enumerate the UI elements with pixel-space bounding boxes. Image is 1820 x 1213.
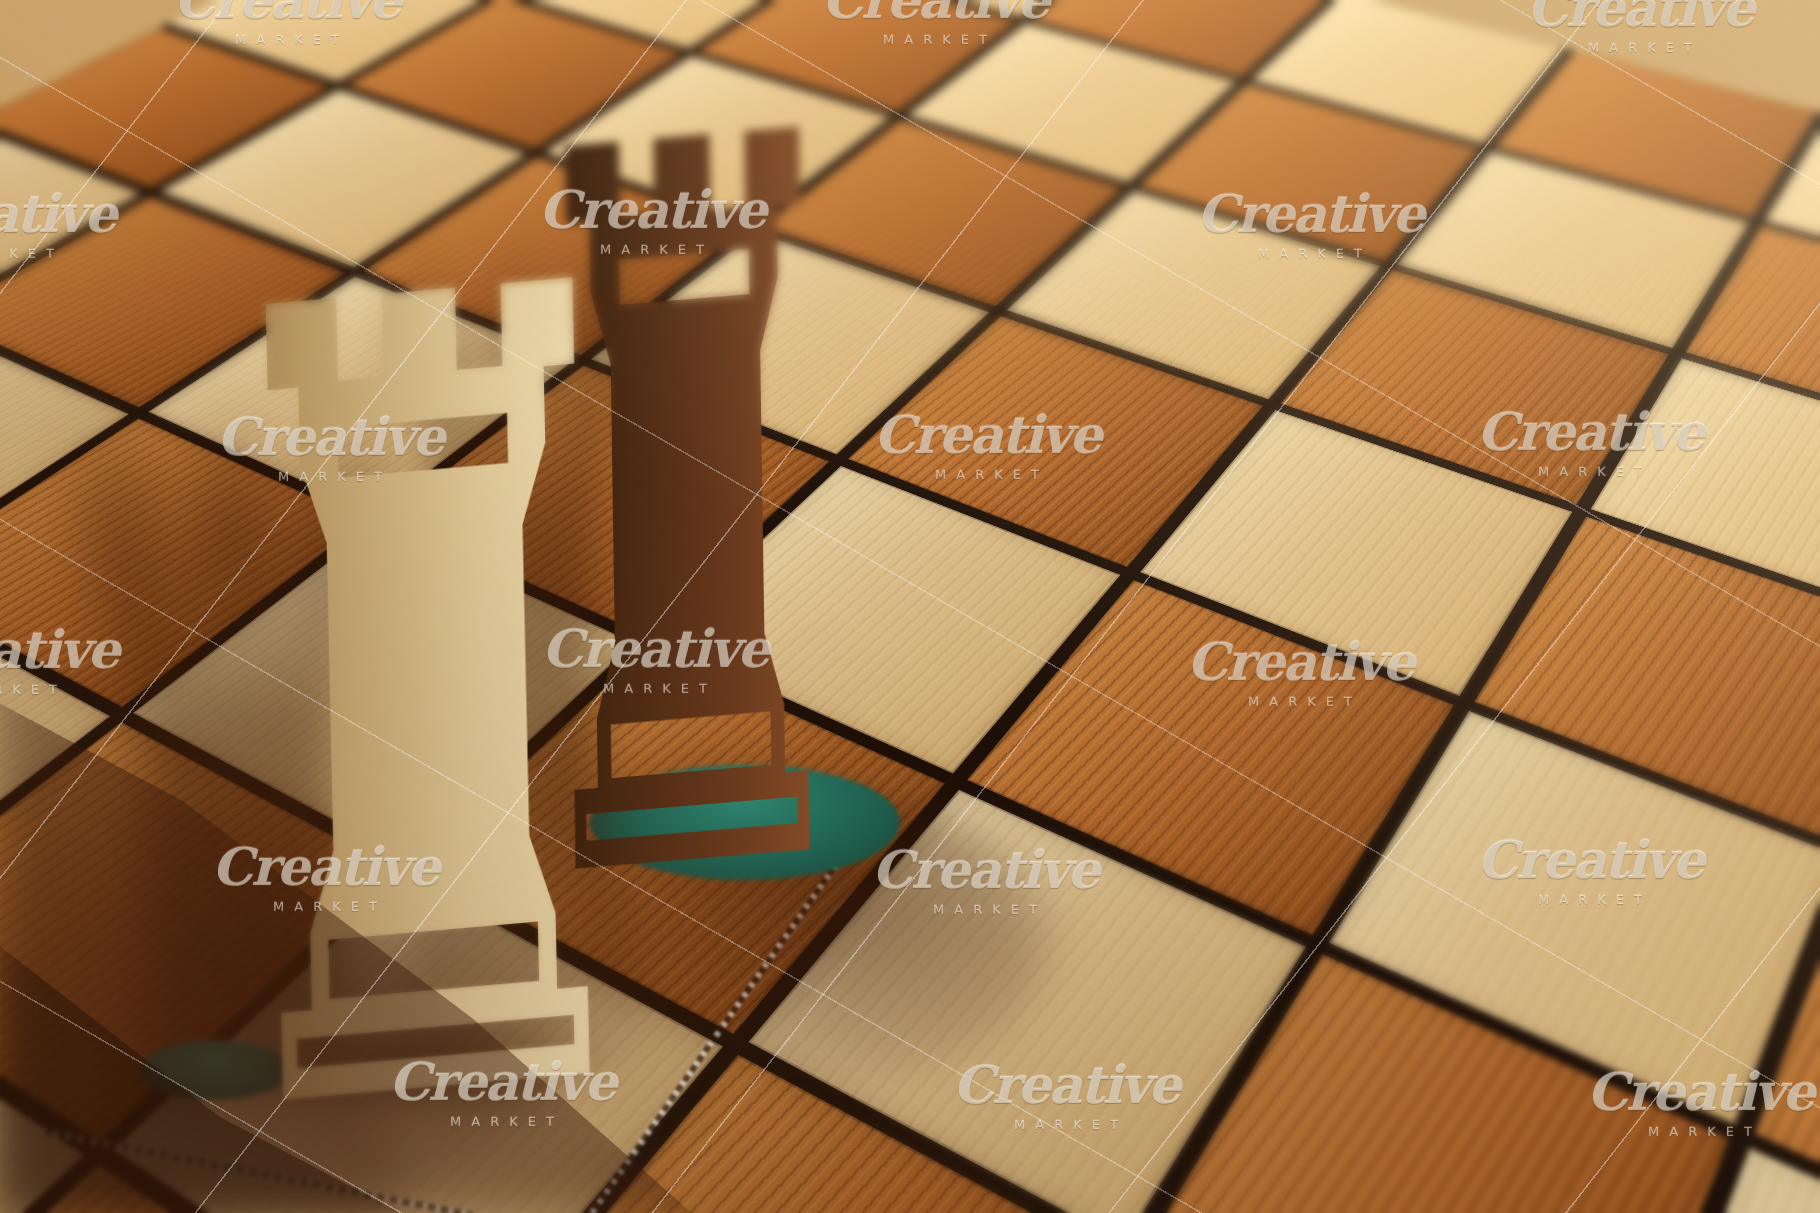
photo-canvas: ♜ ♜ CreativeMARKETCreativeMARKETCreative…	[0, 0, 1820, 1213]
white-rook[interactable]: ♜	[172, 143, 684, 1213]
watermark-script-text: Creative	[1527, 0, 1754, 38]
